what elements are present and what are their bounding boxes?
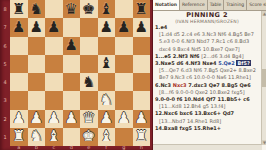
black-bishop-f5[interactable]: ♝ [100,56,113,71]
white-king-e1[interactable]: ♚ [82,129,95,144]
notation-move[interactable]: 7.dxc3 Qe7 8.Bg5 Qe6 [188,82,250,88]
current-move[interactable]: Bf5? [236,60,250,66]
chess-board[interactable]: ♜♞♛♚♝♜♟♟♟♟♟♟♟♝♞♞♟♟♟♟♛♟♟♟♜♞♝♚♝♜ [10,0,150,146]
rank-label-4: 4 [0,73,10,91]
black-knight-e4[interactable]: ♞ [82,74,95,89]
square-e2[interactable]: ♛ [80,110,98,128]
notation-move[interactable]: 9.0-0-0 f6 10.Nd4 Qf7 11.Bb5+ c6 [155,96,250,102]
tab-bar: NotationReferenceTableTrainingScore shee… [153,0,266,11]
square-c3[interactable] [45,91,63,109]
file-labels: abcdefgh [10,145,150,150]
square-b2[interactable]: ♟ [28,110,46,128]
square-e7[interactable] [80,18,98,36]
square-a2[interactable]: ♟ [10,110,28,128]
square-g4[interactable] [115,73,133,91]
square-b3[interactable] [28,91,46,109]
square-f7[interactable]: ♟ [98,18,116,36]
file-label-c: c [45,145,63,150]
black-pawn-f7[interactable]: ♟ [100,19,113,34]
white-bishop-f1[interactable]: ♝ [100,129,113,144]
black-pawn-b7[interactable]: ♟ [30,19,43,34]
square-d7[interactable] [63,18,81,36]
notation-move[interactable]: [13...Nbd7 14.Rhe1 Rd8] [159,118,221,124]
notation-line-7: [5...Qe7 6.d3 Nf6 7.Bg5 Qxe2+ 8.Bxe2 [155,67,260,74]
notation-line-5: 1...e5 2.Nf3 Nf6 [2...d6 3.d4 Bg4] [155,53,260,60]
square-c5[interactable] [45,55,63,73]
white-pawn-g2[interactable]: ♟ [117,111,130,126]
notation-line-12: [11...Kd8 12.Bh4 g5 13.f4] [155,103,260,110]
rank-labels: 87654321 [0,0,10,146]
square-g7[interactable]: ♟ [115,18,133,36]
notation-move[interactable]: [5...Qe7 6.d3 Nf6 7.Bg5 Qxe2+ 8.Bxe2 [159,67,256,73]
square-g5[interactable] [115,55,133,73]
white-pawn-f2[interactable]: ♟ [100,111,113,126]
square-f2[interactable]: ♟ [98,110,116,128]
square-d6[interactable]: ♟ [63,37,81,55]
tab-training[interactable]: Training [224,0,247,10]
white-pawn-h2[interactable]: ♟ [135,111,148,126]
notation-move[interactable]: 12.Nxc6 bxc6 13.Bxc6+ Qd7 [155,110,234,116]
notation-line-15: 14.Bxa8 fxg5 15.Rhe1+ [155,125,260,132]
black-pawn-g7[interactable]: ♟ [117,19,130,34]
file-label-f: f [98,145,116,150]
square-c8[interactable] [45,0,63,18]
square-b7[interactable]: ♟ [28,18,46,36]
square-d2[interactable]: ♟ [63,110,81,128]
black-king-e8[interactable]: ♚ [82,1,95,16]
square-b6[interactable] [28,37,46,55]
notation-line-6: 3.Nxe5 d6 4.Nf3 Nxe4 5.Qe2 Bf5? [155,60,260,67]
square-g2[interactable]: ♟ [115,110,133,128]
notation-move[interactable]: Be7 9.Nc3 c6 10.0-0-0 Na6 11.Rhe1] [159,74,251,80]
black-rook-h8[interactable]: ♜ [135,1,148,16]
square-f5[interactable]: ♝ [98,55,116,73]
square-e8[interactable]: ♚ [80,0,98,18]
square-d4[interactable] [63,73,81,91]
page-title: PINNING 2 [153,11,261,19]
notation-line-8: Be7 9.Nc3 c6 10.0-0-0 Na6 11.Rhe1] [155,74,260,81]
white-knight-b1[interactable]: ♞ [30,129,43,144]
square-g3[interactable] [115,91,133,109]
notation-panel: NotationReferenceTableTrainingScore shee… [152,0,266,150]
tab-reference[interactable]: Reference [180,0,208,10]
square-b8[interactable]: ♞ [28,0,46,18]
scroll-up-icon[interactable]: ▲ [262,11,266,16]
square-f3[interactable]: ♞ [98,91,116,109]
notation-line-14: [13...Nbd7 14.Rhe1 Rd8] [155,118,260,125]
square-e4[interactable]: ♞ [80,73,98,91]
notation-line-1: 1.e4 [155,24,260,31]
white-pawn-c2[interactable]: ♟ [47,111,60,126]
square-a6[interactable] [10,37,28,55]
file-label-h: h [133,145,151,150]
white-queen-e2[interactable]: ♛ [82,111,95,126]
notation-move[interactable]: 3.Nxe5 d6 4.Nf3 Nxe4 [155,60,218,66]
white-rook-a1[interactable]: ♜ [12,129,25,144]
square-a8[interactable]: ♜ [10,0,28,18]
rank-label-5: 5 [0,55,10,73]
notation-line-3: 5.e3 0-0 6.Nf3 Nbd7 7.Rc1 c6 8.Bd3 [155,38,260,45]
black-queen-d8[interactable]: ♛ [65,1,78,16]
square-d8[interactable]: ♛ [63,0,81,18]
horizontal-scrollbar[interactable] [153,144,262,150]
notation-line-4: dxc4 9.Bxc4 Nd5 10.Bxe7 Qxe7] [155,46,260,53]
square-e6[interactable] [80,37,98,55]
notation-move[interactable]: [1.d4 d5 2.c4 e6 3.Nc3 Nf6 4.Bg5 Be7 [159,31,254,37]
notation-move[interactable]: dxc4 9.Bxc4 Nd5 10.Bxe7 Qxe7] [159,46,240,52]
square-g6[interactable] [115,37,133,55]
notation-move[interactable]: 6.Nc3 [155,82,173,88]
game-header: PINNING 2 (IVAN HERMANN/GROZEN) [153,11,261,24]
rank-label-6: 6 [0,37,10,55]
square-h4[interactable] [133,73,151,91]
square-b5[interactable] [28,55,46,73]
notation-move[interactable]: [11...Kd8 12.Bh4 g5 13.f4] [159,103,225,109]
square-c4[interactable] [45,73,63,91]
file-label-b: b [28,145,46,150]
square-f8[interactable]: ♝ [98,0,116,18]
notation-line-9: 6.Nc3 Nxc3 7.dxc3 Qe7 8.Bg5 Qe6 [155,82,260,89]
square-e5[interactable] [80,55,98,73]
square-g8[interactable] [115,0,133,18]
notation-move[interactable]: [2...d6 3.d4 Bg4] [201,53,243,59]
white-pawn-b2[interactable]: ♟ [30,111,43,126]
square-h3[interactable] [133,91,151,109]
square-a5[interactable] [10,55,28,73]
notation-line-2: [1.d4 d5 2.c4 e6 3.Nc3 Nf6 4.Bg5 Be7 [155,31,260,38]
tab-notation[interactable]: Notation [153,0,180,10]
square-h7[interactable]: ♟ [133,18,151,36]
scroll-down-icon[interactable]: ▼ [262,140,266,145]
file-label-a: a [10,145,28,150]
notation-move[interactable]: 1.e4 [155,24,167,30]
square-e3[interactable] [80,91,98,109]
file-label-e: e [80,145,98,150]
square-d3[interactable] [63,91,81,109]
notation-move[interactable]: [8...f6 9.0-0-0 Qxe2 10.Bxe2 fxg5] [159,89,245,95]
square-f6[interactable] [98,37,116,55]
black-bishop-f8[interactable]: ♝ [100,1,113,16]
tab-table[interactable]: Table [208,0,225,10]
white-pawn-d2[interactable]: ♟ [65,111,78,126]
square-h5[interactable] [133,55,151,73]
black-knight-b8[interactable]: ♞ [30,1,43,16]
black-pawn-h7[interactable]: ♟ [135,19,148,34]
square-d5[interactable] [63,55,81,73]
white-pawn-a2[interactable]: ♟ [12,111,25,126]
rank-label-2: 2 [0,110,10,128]
notation-line-13: 12.Nxc6 bxc6 13.Bxc6+ Qd7 [155,110,260,117]
white-rook-h1[interactable]: ♜ [135,129,148,144]
square-a4[interactable] [10,73,28,91]
black-pawn-a7[interactable]: ♟ [12,19,25,34]
black-pawn-d6[interactable]: ♟ [65,38,78,53]
chess-app-window: 87654321 ♜♞♛♚♝♜♟♟♟♟♟♟♟♝♞♞♟♟♟♟♛♟♟♟♜♞♝♚♝♜ … [0,0,266,150]
white-bishop-c1[interactable]: ♝ [47,129,60,144]
notation-move[interactable]: Nxc3 [173,82,189,88]
square-h8[interactable]: ♜ [133,0,151,18]
notation-line-10: [8...f6 9.0-0-0 Qxe2 10.Bxe2 fxg5] [155,89,260,96]
scrollbar-thumb[interactable] [262,69,266,87]
notation-move[interactable]: 5.Qe2 [218,60,236,66]
square-c6[interactable] [45,37,63,55]
file-label-d: d [63,145,81,150]
white-knight-f3[interactable]: ♞ [100,92,113,107]
black-rook-a8[interactable]: ♜ [12,1,25,16]
square-a3[interactable] [10,91,28,109]
tab-score-sheet[interactable]: Score sheet [247,0,266,10]
notation-move[interactable]: 5.e3 0-0 6.Nf3 Nbd7 7.Rc1 c6 8.Bd3 [159,38,249,44]
square-h6[interactable] [133,37,151,55]
square-c2[interactable]: ♟ [45,110,63,128]
square-h2[interactable]: ♟ [133,110,151,128]
square-f4[interactable] [98,73,116,91]
rank-label-1: 1 [0,128,10,146]
notation-line-11: 9.0-0-0 f6 10.Nd4 Qf7 11.Bb5+ c6 [155,96,260,103]
rank-label-3: 3 [0,91,10,109]
notation-move[interactable]: 14.Bxa8 fxg5 15.Rhe1+ [155,125,221,131]
rank-label-8: 8 [0,0,10,18]
notation-move[interactable]: 1...e5 2.Nf3 Nf6 [155,53,201,59]
notation-text[interactable]: 1.e4[1.d4 d5 2.c4 e6 3.Nc3 Nf6 4.Bg5 Be7… [155,24,260,144]
vertical-scrollbar[interactable]: ▲ ▼ [261,11,266,145]
square-c7[interactable]: ♟ [45,18,63,36]
square-a7[interactable]: ♟ [10,18,28,36]
square-b4[interactable] [28,73,46,91]
file-label-g: g [115,145,133,150]
black-pawn-c7[interactable]: ♟ [47,19,60,34]
rank-label-7: 7 [0,18,10,36]
